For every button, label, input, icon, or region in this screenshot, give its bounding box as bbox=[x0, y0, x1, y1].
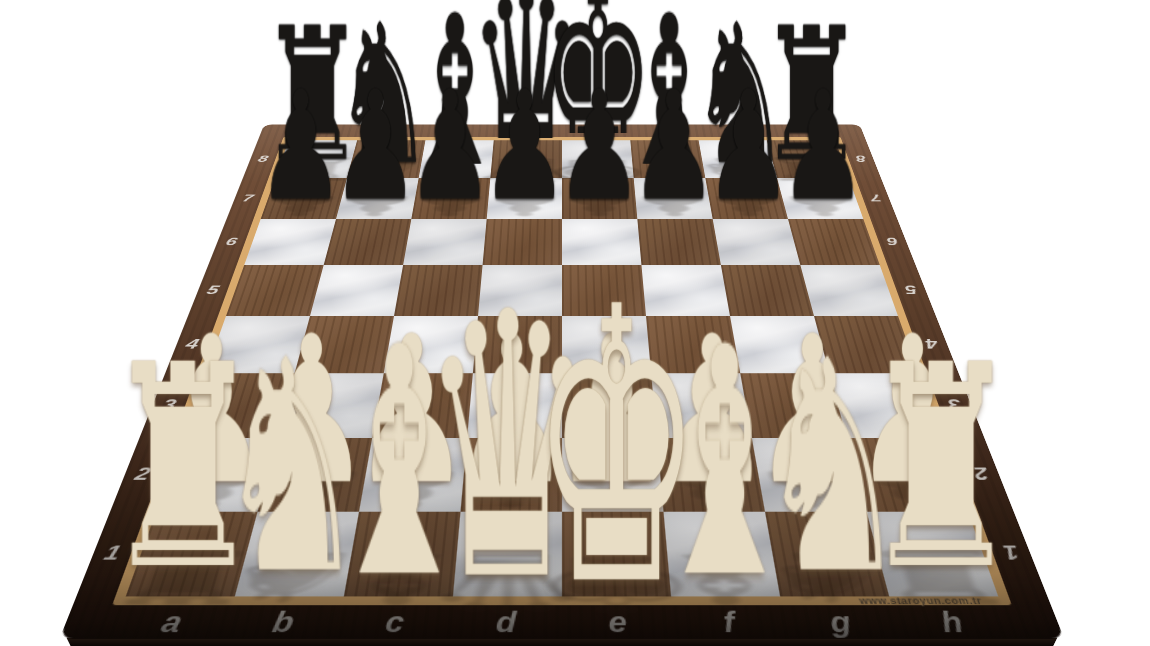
piece-white-king: ♚ bbox=[484, 257, 749, 636]
chess-set-photo: 87654321 87654321 abcdefgh www.staroyun.… bbox=[0, 0, 1150, 646]
piece-cell-e1: ♚♚ bbox=[562, 512, 671, 597]
chess-board: 87654321 87654321 abcdefgh www.staroyun.… bbox=[59, 125, 1064, 639]
board-front-edge bbox=[67, 638, 1058, 646]
board-perspective-wrap: 87654321 87654321 abcdefgh www.staroyun.… bbox=[188, 0, 936, 646]
piece-cell-h1: ♜♜ bbox=[866, 512, 998, 597]
